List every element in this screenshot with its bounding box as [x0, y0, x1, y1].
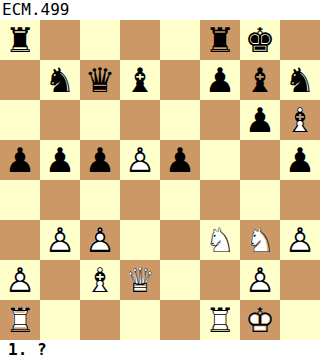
puzzle-title: ECM.499 — [2, 0, 69, 20]
square-e8[interactable] — [160, 20, 200, 60]
white-pawn-icon: ♟♙ — [40, 220, 80, 260]
square-g4[interactable] — [240, 180, 280, 220]
square-g3[interactable]: ♞♘ — [240, 220, 280, 260]
white-bishop-icon: ♝♗ — [280, 100, 320, 140]
white-piece-outline: ♙ — [80, 220, 120, 260]
square-f6[interactable] — [200, 100, 240, 140]
square-a3[interactable] — [0, 220, 40, 260]
square-c1[interactable] — [80, 300, 120, 340]
square-e4[interactable] — [160, 180, 200, 220]
chess-puzzle-page: ECM.499 ♜♜♚♞♛♝♟♝♞♟♝♗♟♟♟♟♙♟♟♟♙♟♙♞♘♞♘♟♙♟♙♝… — [0, 0, 320, 360]
square-d4[interactable] — [120, 180, 160, 220]
black-piece-glyph: ♟ — [0, 140, 40, 180]
square-a7[interactable] — [0, 60, 40, 100]
black-piece-glyph: ♟ — [40, 140, 80, 180]
square-e6[interactable] — [160, 100, 200, 140]
square-f5[interactable] — [200, 140, 240, 180]
square-h6[interactable]: ♝♗ — [280, 100, 320, 140]
black-piece-glyph: ♞ — [280, 60, 320, 100]
square-e3[interactable] — [160, 220, 200, 260]
square-c6[interactable] — [80, 100, 120, 140]
white-pawn-icon: ♟♙ — [120, 140, 160, 180]
square-f1[interactable]: ♜♖ — [200, 300, 240, 340]
black-piece-glyph: ♜ — [0, 20, 40, 60]
square-d6[interactable] — [120, 100, 160, 140]
white-piece-outline: ♕ — [120, 260, 160, 300]
black-piece-glyph: ♟ — [80, 140, 120, 180]
white-queen-icon: ♛♕ — [120, 260, 160, 300]
square-d7[interactable]: ♝ — [120, 60, 160, 100]
white-pawn-icon: ♟♙ — [280, 220, 320, 260]
square-h5[interactable]: ♟ — [280, 140, 320, 180]
square-a2[interactable]: ♟♙ — [0, 260, 40, 300]
square-g2[interactable]: ♟♙ — [240, 260, 280, 300]
square-a6[interactable] — [0, 100, 40, 140]
square-a8[interactable]: ♜ — [0, 20, 40, 60]
white-king-icon: ♚♔ — [240, 300, 280, 340]
white-rook-icon: ♜♖ — [200, 300, 240, 340]
square-c4[interactable] — [80, 180, 120, 220]
black-knight-icon: ♞ — [40, 60, 80, 100]
square-a5[interactable]: ♟ — [0, 140, 40, 180]
white-piece-outline: ♘ — [240, 220, 280, 260]
square-g6[interactable]: ♟ — [240, 100, 280, 140]
square-a1[interactable]: ♜♖ — [0, 300, 40, 340]
square-c7[interactable]: ♛ — [80, 60, 120, 100]
square-c2[interactable]: ♝♗ — [80, 260, 120, 300]
square-b7[interactable]: ♞ — [40, 60, 80, 100]
black-pawn-icon: ♟ — [80, 140, 120, 180]
square-c3[interactable]: ♟♙ — [80, 220, 120, 260]
black-bishop-icon: ♝ — [120, 60, 160, 100]
square-a4[interactable] — [0, 180, 40, 220]
black-pawn-icon: ♟ — [160, 140, 200, 180]
square-h2[interactable] — [280, 260, 320, 300]
white-piece-outline: ♖ — [200, 300, 240, 340]
square-f3[interactable]: ♞♘ — [200, 220, 240, 260]
black-pawn-icon: ♟ — [280, 140, 320, 180]
black-queen-icon: ♛ — [80, 60, 120, 100]
white-knight-icon: ♞♘ — [200, 220, 240, 260]
square-b4[interactable] — [40, 180, 80, 220]
square-g8[interactable]: ♚ — [240, 20, 280, 60]
square-e1[interactable] — [160, 300, 200, 340]
white-knight-icon: ♞♘ — [240, 220, 280, 260]
square-h7[interactable]: ♞ — [280, 60, 320, 100]
white-piece-outline: ♗ — [80, 260, 120, 300]
white-pawn-icon: ♟♙ — [80, 220, 120, 260]
square-g5[interactable] — [240, 140, 280, 180]
black-piece-glyph: ♚ — [240, 20, 280, 60]
black-piece-glyph: ♟ — [200, 60, 240, 100]
square-d3[interactable] — [120, 220, 160, 260]
move-prompt: 1. ? — [8, 340, 47, 360]
black-pawn-icon: ♟ — [0, 140, 40, 180]
square-e2[interactable] — [160, 260, 200, 300]
square-b5[interactable]: ♟ — [40, 140, 80, 180]
black-pawn-icon: ♟ — [40, 140, 80, 180]
square-b6[interactable] — [40, 100, 80, 140]
white-bishop-icon: ♝♗ — [80, 260, 120, 300]
black-piece-glyph: ♟ — [160, 140, 200, 180]
black-bishop-icon: ♝ — [240, 60, 280, 100]
white-piece-outline: ♔ — [240, 300, 280, 340]
black-rook-icon: ♜ — [200, 20, 240, 60]
square-h3[interactable]: ♟♙ — [280, 220, 320, 260]
square-f7[interactable]: ♟ — [200, 60, 240, 100]
square-c5[interactable]: ♟ — [80, 140, 120, 180]
square-g7[interactable]: ♝ — [240, 60, 280, 100]
square-c8[interactable] — [80, 20, 120, 60]
square-b8[interactable] — [40, 20, 80, 60]
white-piece-outline: ♗ — [280, 100, 320, 140]
square-b2[interactable] — [40, 260, 80, 300]
white-pawn-icon: ♟♙ — [240, 260, 280, 300]
black-piece-glyph: ♟ — [280, 140, 320, 180]
black-pawn-icon: ♟ — [200, 60, 240, 100]
square-h1[interactable] — [280, 300, 320, 340]
white-piece-outline: ♙ — [40, 220, 80, 260]
square-g1[interactable]: ♚♔ — [240, 300, 280, 340]
white-piece-outline: ♙ — [280, 220, 320, 260]
black-rook-icon: ♜ — [0, 20, 40, 60]
black-piece-glyph: ♛ — [80, 60, 120, 100]
white-piece-outline: ♘ — [200, 220, 240, 260]
white-piece-outline: ♙ — [240, 260, 280, 300]
black-pawn-icon: ♟ — [240, 100, 280, 140]
square-d1[interactable] — [120, 300, 160, 340]
chess-board: ♜♜♚♞♛♝♟♝♞♟♝♗♟♟♟♟♙♟♟♟♙♟♙♞♘♞♘♟♙♟♙♝♗♛♕♟♙♜♖♜… — [0, 20, 320, 340]
black-king-icon: ♚ — [240, 20, 280, 60]
square-d2[interactable]: ♛♕ — [120, 260, 160, 300]
square-b1[interactable] — [40, 300, 80, 340]
white-piece-outline: ♙ — [120, 140, 160, 180]
black-piece-glyph: ♜ — [200, 20, 240, 60]
square-e5[interactable]: ♟ — [160, 140, 200, 180]
square-f8[interactable]: ♜ — [200, 20, 240, 60]
black-piece-glyph: ♝ — [120, 60, 160, 100]
square-h4[interactable] — [280, 180, 320, 220]
white-pawn-icon: ♟♙ — [0, 260, 40, 300]
square-f2[interactable] — [200, 260, 240, 300]
black-piece-glyph: ♞ — [40, 60, 80, 100]
white-piece-outline: ♖ — [0, 300, 40, 340]
black-piece-glyph: ♝ — [240, 60, 280, 100]
white-rook-icon: ♜♖ — [0, 300, 40, 340]
square-d5[interactable]: ♟♙ — [120, 140, 160, 180]
square-b3[interactable]: ♟♙ — [40, 220, 80, 260]
square-d8[interactable] — [120, 20, 160, 60]
square-e7[interactable] — [160, 60, 200, 100]
black-piece-glyph: ♟ — [240, 100, 280, 140]
black-knight-icon: ♞ — [280, 60, 320, 100]
white-piece-outline: ♙ — [0, 260, 40, 300]
square-f4[interactable] — [200, 180, 240, 220]
square-h8[interactable] — [280, 20, 320, 60]
